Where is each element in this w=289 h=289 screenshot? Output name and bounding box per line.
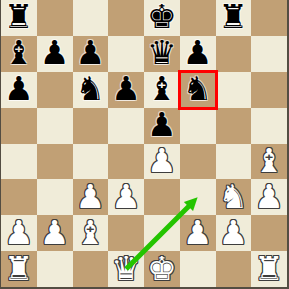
square-a4[interactable] bbox=[1, 144, 37, 180]
square-b6[interactable] bbox=[37, 72, 73, 108]
square-h7[interactable] bbox=[251, 36, 287, 72]
square-f2[interactable]: ♟ bbox=[180, 215, 216, 251]
piece-white-bishop: ♝ bbox=[76, 216, 106, 249]
piece-white-queen: ♛ bbox=[111, 252, 141, 285]
square-c5[interactable] bbox=[73, 108, 109, 144]
square-d8[interactable] bbox=[108, 0, 144, 36]
square-b3[interactable] bbox=[37, 179, 73, 215]
square-c6[interactable]: ♞ bbox=[73, 72, 109, 108]
square-f7[interactable]: ♟ bbox=[180, 36, 216, 72]
piece-black-pawn: ♟ bbox=[183, 36, 213, 69]
board-grid: ♜♚♜♝♟♟♛♟♟♞♟♝♞♟♟♝♟♟♞♟♟♟♝♟♟♜♛♚♜ bbox=[1, 0, 287, 287]
square-d4[interactable] bbox=[108, 144, 144, 180]
square-f5[interactable] bbox=[180, 108, 216, 144]
square-a3[interactable] bbox=[1, 179, 37, 215]
square-a6[interactable]: ♟ bbox=[1, 72, 37, 108]
square-b5[interactable] bbox=[37, 108, 73, 144]
square-h3[interactable]: ♟ bbox=[251, 179, 287, 215]
square-b4[interactable] bbox=[37, 144, 73, 180]
square-e5[interactable]: ♟ bbox=[144, 108, 180, 144]
square-g6[interactable] bbox=[216, 72, 252, 108]
square-a8[interactable]: ♜ bbox=[1, 0, 37, 36]
square-h2[interactable] bbox=[251, 215, 287, 251]
square-a7[interactable]: ♝ bbox=[1, 36, 37, 72]
piece-black-rook: ♜ bbox=[4, 0, 34, 33]
square-e3[interactable] bbox=[144, 179, 180, 215]
piece-black-knight: ♞ bbox=[183, 72, 213, 105]
square-b1[interactable] bbox=[37, 251, 73, 287]
square-g7[interactable] bbox=[216, 36, 252, 72]
square-c7[interactable]: ♟ bbox=[73, 36, 109, 72]
piece-white-king: ♚ bbox=[147, 252, 177, 285]
square-f3[interactable] bbox=[180, 179, 216, 215]
piece-white-pawn: ♟ bbox=[40, 216, 70, 249]
piece-black-pawn: ♟ bbox=[147, 108, 177, 141]
piece-black-pawn: ♟ bbox=[111, 72, 141, 105]
square-g2[interactable]: ♟ bbox=[216, 215, 252, 251]
piece-white-pawn: ♟ bbox=[4, 216, 34, 249]
square-e4[interactable]: ♟ bbox=[144, 144, 180, 180]
square-c1[interactable] bbox=[73, 251, 109, 287]
square-d5[interactable] bbox=[108, 108, 144, 144]
piece-black-bishop: ♝ bbox=[147, 72, 177, 105]
square-d1[interactable]: ♛ bbox=[108, 251, 144, 287]
piece-white-pawn: ♟ bbox=[219, 216, 249, 249]
piece-white-pawn: ♟ bbox=[254, 180, 284, 213]
square-a5[interactable] bbox=[1, 108, 37, 144]
square-d3[interactable]: ♟ bbox=[108, 179, 144, 215]
square-f8[interactable] bbox=[180, 0, 216, 36]
piece-white-pawn: ♟ bbox=[183, 216, 213, 249]
square-g8[interactable]: ♜ bbox=[216, 0, 252, 36]
piece-black-bishop: ♝ bbox=[4, 36, 34, 69]
square-g1[interactable] bbox=[216, 251, 252, 287]
piece-white-rook: ♜ bbox=[254, 252, 284, 285]
piece-black-knight: ♞ bbox=[76, 72, 106, 105]
piece-white-bishop: ♝ bbox=[254, 144, 284, 177]
square-g3[interactable]: ♞ bbox=[216, 179, 252, 215]
square-f4[interactable] bbox=[180, 144, 216, 180]
piece-white-rook: ♜ bbox=[4, 252, 34, 285]
square-d7[interactable] bbox=[108, 36, 144, 72]
square-e7[interactable]: ♛ bbox=[144, 36, 180, 72]
square-h5[interactable] bbox=[251, 108, 287, 144]
square-e2[interactable] bbox=[144, 215, 180, 251]
piece-black-pawn: ♟ bbox=[76, 36, 106, 69]
square-d6[interactable]: ♟ bbox=[108, 72, 144, 108]
square-h1[interactable]: ♜ bbox=[251, 251, 287, 287]
square-b2[interactable]: ♟ bbox=[37, 215, 73, 251]
chess-board[interactable]: ♜♚♜♝♟♟♛♟♟♞♟♝♞♟♟♝♟♟♞♟♟♟♝♟♟♜♛♚♜ bbox=[0, 0, 289, 289]
piece-black-pawn: ♟ bbox=[40, 36, 70, 69]
square-h6[interactable] bbox=[251, 72, 287, 108]
piece-black-rook: ♜ bbox=[219, 0, 249, 33]
piece-black-pawn: ♟ bbox=[4, 72, 34, 105]
square-f6[interactable]: ♞ bbox=[180, 72, 216, 108]
square-a2[interactable]: ♟ bbox=[1, 215, 37, 251]
square-g4[interactable] bbox=[216, 144, 252, 180]
square-e8[interactable]: ♚ bbox=[144, 0, 180, 36]
square-b8[interactable] bbox=[37, 0, 73, 36]
piece-black-king: ♚ bbox=[147, 0, 177, 33]
square-b7[interactable]: ♟ bbox=[37, 36, 73, 72]
piece-white-pawn: ♟ bbox=[111, 180, 141, 213]
piece-white-pawn: ♟ bbox=[147, 144, 177, 177]
piece-white-knight: ♞ bbox=[219, 180, 249, 213]
square-h8[interactable] bbox=[251, 0, 287, 36]
piece-white-pawn: ♟ bbox=[76, 180, 106, 213]
piece-black-queen: ♛ bbox=[147, 36, 177, 69]
square-c3[interactable]: ♟ bbox=[73, 179, 109, 215]
square-c4[interactable] bbox=[73, 144, 109, 180]
square-c8[interactable] bbox=[73, 0, 109, 36]
square-g5[interactable] bbox=[216, 108, 252, 144]
square-e1[interactable]: ♚ bbox=[144, 251, 180, 287]
square-e6[interactable]: ♝ bbox=[144, 72, 180, 108]
square-c2[interactable]: ♝ bbox=[73, 215, 109, 251]
square-f1[interactable] bbox=[180, 251, 216, 287]
square-d2[interactable] bbox=[108, 215, 144, 251]
square-h4[interactable]: ♝ bbox=[251, 144, 287, 180]
square-a1[interactable]: ♜ bbox=[1, 251, 37, 287]
